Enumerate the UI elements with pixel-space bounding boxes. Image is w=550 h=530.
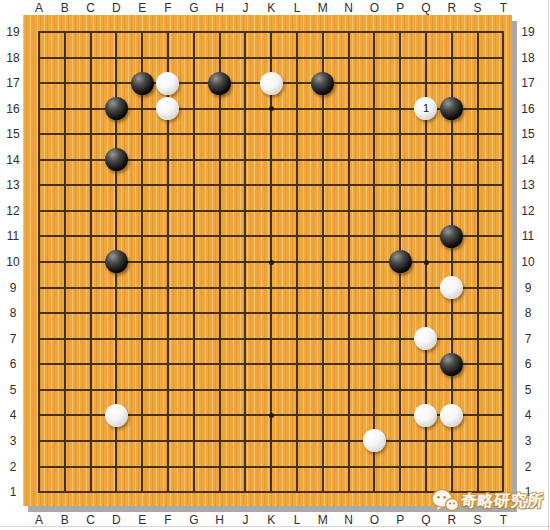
col-label-bottom-A: A <box>35 513 43 527</box>
row-label-right-12: 12 <box>521 204 534 218</box>
go-board[interactable]: 1 <box>23 15 512 506</box>
row-label-left-19: 19 <box>6 25 19 39</box>
row-label-left-17: 17 <box>6 76 19 90</box>
move-number-label: 1 <box>423 103 429 114</box>
go-diagram-page: 1 ABCDEFGHJKLMNOPQRST ABCDEFGHJKLMNOPQRS… <box>0 0 550 530</box>
row-label-left-16: 16 <box>6 102 19 116</box>
wechat-bubbles-icon <box>431 488 459 515</box>
col-label-bottom-P: P <box>396 513 404 527</box>
white-stone-R9[interactable] <box>440 276 463 299</box>
col-label-bottom-H: H <box>215 513 224 527</box>
white-stone-F16[interactable] <box>156 97 179 120</box>
col-label-top-N: N <box>344 1 353 15</box>
col-label-bottom-G: G <box>189 513 198 527</box>
row-label-right-7: 7 <box>525 332 532 346</box>
row-label-left-7: 7 <box>10 332 17 346</box>
col-label-bottom-N: N <box>344 513 353 527</box>
row-label-right-8: 8 <box>525 306 532 320</box>
col-label-top-S: S <box>474 1 482 15</box>
row-label-right-19: 19 <box>521 25 534 39</box>
row-label-right-4: 4 <box>525 408 532 422</box>
col-label-top-M: M <box>318 1 328 15</box>
row-label-left-6: 6 <box>10 357 17 371</box>
black-stone-D10[interactable] <box>105 250 128 273</box>
row-label-right-5: 5 <box>525 383 532 397</box>
col-label-top-K: K <box>267 1 275 15</box>
row-label-right-14: 14 <box>521 153 534 167</box>
white-stone-K17[interactable] <box>260 72 283 95</box>
row-label-left-18: 18 <box>6 51 19 65</box>
black-stone-D14[interactable] <box>105 148 128 171</box>
white-stone-Q16[interactable]: 1 <box>414 97 437 120</box>
col-label-bottom-E: E <box>138 513 146 527</box>
col-label-bottom-B: B <box>61 513 69 527</box>
row-label-right-10: 10 <box>521 255 534 269</box>
row-label-right-11: 11 <box>522 229 534 243</box>
col-label-bottom-J: J <box>242 513 248 527</box>
row-label-left-12: 12 <box>6 204 19 218</box>
row-label-left-15: 15 <box>6 127 19 141</box>
row-label-left-8: 8 <box>10 306 17 320</box>
col-label-bottom-F: F <box>164 513 171 527</box>
row-label-left-10: 10 <box>6 255 19 269</box>
row-label-right-3: 3 <box>525 434 532 448</box>
row-label-left-3: 3 <box>10 434 17 448</box>
col-label-bottom-K: K <box>267 513 275 527</box>
black-stone-E17[interactable] <box>131 72 154 95</box>
row-label-right-2: 2 <box>525 460 532 474</box>
col-label-top-P: P <box>396 1 404 15</box>
col-label-top-H: H <box>215 1 224 15</box>
row-label-left-13: 13 <box>6 178 19 192</box>
black-stone-R11[interactable] <box>440 225 463 248</box>
white-stone-F17[interactable] <box>156 72 179 95</box>
row-label-right-16: 16 <box>521 102 534 116</box>
page-divider-bottom <box>0 526 550 527</box>
row-label-left-9: 9 <box>10 281 17 295</box>
row-label-right-18: 18 <box>521 51 534 65</box>
row-label-left-5: 5 <box>10 383 17 397</box>
col-label-top-J: J <box>242 1 248 15</box>
stones-layer: 1 <box>26 19 516 504</box>
black-stone-P10[interactable] <box>389 250 412 273</box>
white-stone-D4[interactable] <box>105 404 128 427</box>
col-label-top-R: R <box>447 1 456 15</box>
col-label-bottom-M: M <box>318 513 328 527</box>
col-label-top-O: O <box>370 1 379 15</box>
col-label-top-T: T <box>500 1 507 15</box>
row-label-left-1: 1 <box>10 485 17 499</box>
col-label-top-Q: Q <box>421 1 430 15</box>
black-stone-R16[interactable] <box>440 97 463 120</box>
col-label-top-A: A <box>35 1 43 15</box>
row-label-right-17: 17 <box>521 76 534 90</box>
watermark-text: 奇略研究所 <box>460 491 545 512</box>
page-divider-right <box>548 0 549 530</box>
row-label-right-9: 9 <box>525 281 532 295</box>
watermark: 奇略研究所 <box>431 486 544 516</box>
col-label-top-D: D <box>112 1 121 15</box>
col-label-bottom-C: C <box>86 513 95 527</box>
white-stone-Q7[interactable] <box>414 327 437 350</box>
white-stone-R4[interactable] <box>440 404 463 427</box>
col-label-bottom-L: L <box>294 513 301 527</box>
black-stone-M17[interactable] <box>311 72 334 95</box>
black-stone-H17[interactable] <box>208 72 231 95</box>
row-label-left-2: 2 <box>10 460 17 474</box>
row-label-right-13: 13 <box>521 178 534 192</box>
row-label-left-11: 11 <box>7 229 19 243</box>
col-label-top-B: B <box>61 1 69 15</box>
row-label-left-4: 4 <box>10 408 17 422</box>
row-label-right-6: 6 <box>525 357 532 371</box>
col-label-top-C: C <box>86 1 95 15</box>
col-label-top-E: E <box>138 1 146 15</box>
white-stone-O3[interactable] <box>363 429 386 452</box>
col-label-bottom-Q: Q <box>421 513 430 527</box>
col-label-top-L: L <box>294 1 301 15</box>
row-label-left-14: 14 <box>6 153 19 167</box>
col-label-top-G: G <box>189 1 198 15</box>
col-label-bottom-O: O <box>370 513 379 527</box>
row-label-right-15: 15 <box>521 127 534 141</box>
col-label-bottom-D: D <box>112 513 121 527</box>
white-stone-Q4[interactable] <box>414 404 437 427</box>
black-stone-D16[interactable] <box>105 97 128 120</box>
col-label-top-F: F <box>164 1 171 15</box>
black-stone-R6[interactable] <box>440 353 463 376</box>
